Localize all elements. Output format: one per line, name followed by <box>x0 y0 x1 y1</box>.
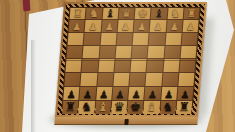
piece-dark-pawn: ♟ <box>115 89 125 100</box>
square: ♜ <box>70 8 86 19</box>
square <box>64 73 80 86</box>
square <box>164 46 180 58</box>
square: ♞ <box>78 101 94 114</box>
piece-dark-knight: ♞ <box>81 101 93 114</box>
piece-light-knight: ♞ <box>170 8 181 19</box>
square <box>65 59 81 72</box>
piece-dark-pawn: ♟ <box>148 89 158 100</box>
square <box>98 59 114 72</box>
square: ♟ <box>134 20 150 32</box>
board-surface: ♜♞♝♛♚♝♞♜♟♟♟♟♟♟♟♟♟♟♟♟♟♟♟♟♜♞♝♛♚♝♞♜ <box>55 2 207 117</box>
piece-dark-pawn: ♟ <box>164 89 174 100</box>
piece-light-pawn: ♟ <box>170 22 179 32</box>
square: ♜ <box>183 8 199 19</box>
piece-light-rook: ♜ <box>186 8 197 19</box>
piece-dark-pawn: ♟ <box>66 89 76 100</box>
square: ♟ <box>85 20 101 32</box>
square <box>179 59 195 72</box>
piece-light-rook: ♜ <box>72 8 83 19</box>
piece-dark-pawn: ♟ <box>83 89 93 100</box>
square <box>67 46 83 58</box>
piece-light-pawn: ♟ <box>72 22 81 32</box>
square <box>147 59 163 72</box>
square <box>180 46 196 58</box>
square <box>130 59 146 72</box>
square <box>97 73 113 86</box>
chess-box: ♜♞♝♛♚♝♞♜♟♟♟♟♟♟♟♟♟♟♟♟♟♟♟♟♜♞♝♛♚♝♞♜ <box>54 2 207 124</box>
piece-dark-rook: ♜ <box>178 101 190 114</box>
square: ♟ <box>101 20 117 32</box>
square <box>129 73 145 86</box>
piece-light-pawn: ♟ <box>186 22 195 32</box>
square: ♝ <box>95 101 111 114</box>
square <box>68 33 84 45</box>
square: ♛ <box>111 101 127 114</box>
clasp <box>124 119 128 125</box>
square <box>178 73 194 86</box>
square <box>133 33 149 45</box>
square: ♟ <box>80 87 96 100</box>
piece-dark-king: ♚ <box>129 101 141 114</box>
square <box>113 73 129 86</box>
square: ♟ <box>63 87 79 100</box>
square <box>83 46 99 58</box>
square: ♟ <box>128 87 144 100</box>
square: ♚ <box>135 8 151 19</box>
square: ♟ <box>161 87 177 100</box>
piece-dark-bishop: ♝ <box>154 8 165 19</box>
square: ♟ <box>145 87 161 100</box>
square: ♟ <box>112 87 128 100</box>
square: ♞ <box>86 8 102 19</box>
square: ♟ <box>96 87 112 100</box>
square <box>84 33 100 45</box>
square <box>149 33 165 45</box>
piece-dark-pawn: ♟ <box>99 89 109 100</box>
piece-dark-pawn: ♟ <box>180 89 190 100</box>
square: ♟ <box>150 20 166 32</box>
square <box>115 46 131 58</box>
square <box>146 73 162 86</box>
square: ♟ <box>166 20 182 32</box>
square: ♞ <box>167 8 183 19</box>
square <box>148 46 164 58</box>
square <box>163 59 179 72</box>
square: ♛ <box>118 8 134 19</box>
piece-light-bishop: ♝ <box>146 101 158 114</box>
piece-light-knight: ♞ <box>89 8 100 19</box>
square <box>165 33 181 45</box>
square: ♟ <box>177 87 193 100</box>
square <box>132 46 148 58</box>
piece-light-queen: ♛ <box>121 8 132 19</box>
piece-light-pawn: ♟ <box>88 22 97 32</box>
chess-board-squares: ♜♞♝♛♚♝♞♜♟♟♟♟♟♟♟♟♟♟♟♟♟♟♟♟♜♞♝♛♚♝♞♜ <box>62 7 201 108</box>
piece-light-pawn: ♟ <box>105 22 114 32</box>
piece-dark-queen: ♛ <box>113 101 125 114</box>
piece-light-pawn: ♟ <box>121 22 130 32</box>
square <box>81 73 97 86</box>
square <box>114 59 130 72</box>
maroon-object <box>23 0 31 11</box>
square: ♟ <box>182 20 198 32</box>
square <box>82 59 98 72</box>
square: ♚ <box>127 101 143 114</box>
piece-light-pawn: ♟ <box>137 22 146 32</box>
square: ♜ <box>62 101 78 114</box>
piece-dark-knight: ♞ <box>162 101 174 114</box>
square: ♟ <box>117 20 133 32</box>
square: ♟ <box>69 20 85 32</box>
piece-light-king: ♚ <box>137 8 148 19</box>
paper-fold-shadow <box>31 40 36 132</box>
square <box>116 33 132 45</box>
square <box>181 33 197 45</box>
piece-dark-bishop: ♝ <box>105 8 116 19</box>
square <box>162 73 178 86</box>
board-front-edge <box>54 117 198 125</box>
square <box>99 46 115 58</box>
square <box>100 33 116 45</box>
chess-photo: ♜♞♝♛♚♝♞♜♟♟♟♟♟♟♟♟♟♟♟♟♟♟♟♟♜♞♝♛♚♝♞♜ <box>0 0 235 132</box>
square: ♞ <box>160 101 176 114</box>
square: ♝ <box>102 8 118 19</box>
piece-dark-pawn: ♟ <box>131 89 141 100</box>
zigzag-border-band: ♜♞♝♛♚♝♞♜♟♟♟♟♟♟♟♟♟♟♟♟♟♟♟♟♜♞♝♛♚♝♞♜ <box>57 4 205 115</box>
piece-light-bishop: ♝ <box>97 101 109 114</box>
square: ♝ <box>143 101 159 114</box>
square: ♜ <box>176 101 192 114</box>
piece-light-pawn: ♟ <box>153 22 162 32</box>
piece-dark-rook: ♜ <box>64 101 76 114</box>
square: ♝ <box>151 8 167 19</box>
